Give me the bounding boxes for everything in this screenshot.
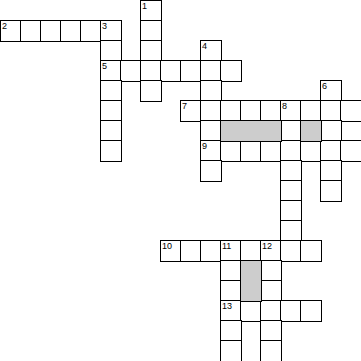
cell-r10c14[interactable] [280,200,302,222]
cell-r7c12[interactable] [240,140,262,162]
cell-r5c16[interactable] [320,100,342,122]
cell-r4c16[interactable] [320,80,342,102]
cell-r8c16[interactable] [320,160,342,182]
cell-r3c9[interactable] [180,60,202,82]
cell-r15c12[interactable] [240,300,262,322]
cell-r6c16[interactable] [320,120,342,142]
cell-r1c2[interactable] [40,20,62,42]
cell-r1c5[interactable] [100,20,122,42]
cell-r5c14[interactable] [280,100,302,122]
cell-r12c10[interactable] [200,240,222,262]
blocked-cells-r6c15 [300,120,322,142]
cell-r15c14[interactable] [280,300,302,322]
cell-r7c14[interactable] [280,140,302,162]
cell-r8c14[interactable] [280,160,302,182]
cell-r6c5[interactable] [100,120,122,142]
cell-r12c13[interactable] [260,240,282,262]
cell-r3c6[interactable] [120,60,142,82]
cell-r1c0[interactable] [0,20,22,42]
cell-r4c10[interactable] [200,80,222,102]
cell-r12c12[interactable] [240,240,262,262]
cell-r5c10[interactable] [200,100,222,122]
cell-r1c3[interactable] [60,20,82,42]
cell-r13c11[interactable] [220,260,242,282]
cell-r6c14[interactable] [280,120,302,142]
cell-r2c7[interactable] [140,40,162,62]
cell-r12c11[interactable] [220,240,242,262]
cell-r12c8[interactable] [160,240,182,262]
cell-r12c15[interactable] [300,240,322,262]
crossword-grid: 12345678910111213 [0,0,361,361]
cell-r4c5[interactable] [100,80,122,102]
cell-r7c17[interactable] [340,140,361,162]
cell-r1c1[interactable] [20,20,42,42]
cell-r5c15[interactable] [300,100,322,122]
cell-r17c11[interactable] [220,340,242,361]
cell-r12c14[interactable] [280,240,302,262]
cell-r14c11[interactable] [220,280,242,302]
cell-r3c7[interactable] [140,60,162,82]
blocked-cells-r13c12 [240,260,262,302]
cell-r5c13[interactable] [260,100,282,122]
cell-r16c11[interactable] [220,320,242,342]
cell-r15c13[interactable] [260,300,282,322]
cell-r13c13[interactable] [260,260,282,282]
cell-r5c11[interactable] [220,100,242,122]
cell-r5c9[interactable] [180,100,202,122]
cell-r17c13[interactable] [260,340,282,361]
cell-r5c12[interactable] [240,100,262,122]
cell-r5c17[interactable] [340,100,361,122]
cell-r7c5[interactable] [100,140,122,162]
cell-r0c7[interactable] [140,0,162,22]
cell-r6c10[interactable] [200,120,222,142]
cell-r3c11[interactable] [220,60,242,82]
cell-r15c11[interactable] [220,300,242,322]
cell-r8c10[interactable] [200,160,222,182]
cell-r9c14[interactable] [280,180,302,202]
cell-r1c7[interactable] [140,20,162,42]
cell-r5c5[interactable] [100,100,122,122]
cell-r3c8[interactable] [160,60,182,82]
cell-r7c15[interactable] [300,140,322,162]
cell-r7c11[interactable] [220,140,242,162]
cell-r1c4[interactable] [80,20,102,42]
cell-r3c5[interactable] [100,60,122,82]
cell-r16c13[interactable] [260,320,282,342]
cell-r2c10[interactable] [200,40,222,62]
cell-r14c13[interactable] [260,280,282,302]
cell-r2c5[interactable] [100,40,122,62]
cell-r3c10[interactable] [200,60,222,82]
blocked-cells-r6c11 [220,120,282,142]
cell-r7c13[interactable] [260,140,282,162]
cell-r4c7[interactable] [140,80,162,102]
cell-r12c9[interactable] [180,240,202,262]
cell-r9c16[interactable] [320,180,342,202]
cell-r15c15[interactable] [300,300,322,322]
cell-r7c10[interactable] [200,140,222,162]
cell-r7c16[interactable] [320,140,342,162]
cell-r11c14[interactable] [280,220,302,242]
